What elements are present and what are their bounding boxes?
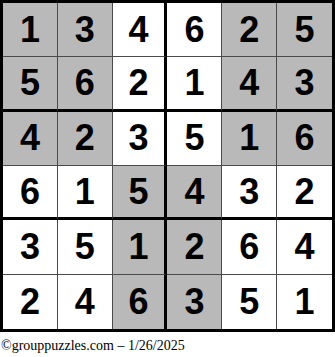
cell-r1c4: 6 xyxy=(167,3,222,57)
cell-r5c1: 3 xyxy=(3,220,58,274)
cell-r4c6: 2 xyxy=(277,166,332,220)
cell-r6c3: 6 xyxy=(113,275,168,329)
sudoku-page: 134625562143423516615432351264246351 ©gr… xyxy=(0,0,335,357)
cell-r2c1: 5 xyxy=(3,57,58,111)
cell-r1c1: 1 xyxy=(3,3,58,57)
cell-r3c5: 1 xyxy=(222,112,277,166)
cell-r2c2: 6 xyxy=(58,57,113,111)
cell-r6c4: 3 xyxy=(167,275,222,329)
copyright-credit: ©grouppuzzles.com – 1/26/2025 xyxy=(1,338,185,353)
cell-r5c5: 6 xyxy=(222,220,277,274)
cell-r6c6: 1 xyxy=(277,275,332,329)
cell-r1c3: 4 xyxy=(113,3,168,57)
cell-r3c3: 3 xyxy=(113,112,168,166)
cell-r6c2: 4 xyxy=(58,275,113,329)
cell-r5c3: 1 xyxy=(113,220,168,274)
cell-r4c2: 1 xyxy=(58,166,113,220)
cell-r2c6: 3 xyxy=(277,57,332,111)
cell-r2c5: 4 xyxy=(222,57,277,111)
cell-r3c6: 6 xyxy=(277,112,332,166)
cell-r4c1: 6 xyxy=(3,166,58,220)
cell-r5c4: 2 xyxy=(167,220,222,274)
cell-r1c6: 5 xyxy=(277,3,332,57)
cell-r5c2: 5 xyxy=(58,220,113,274)
cell-r2c4: 1 xyxy=(167,57,222,111)
cell-r6c5: 5 xyxy=(222,275,277,329)
cell-r4c4: 4 xyxy=(167,166,222,220)
cell-r4c3: 5 xyxy=(113,166,168,220)
cell-r6c1: 2 xyxy=(3,275,58,329)
cell-r3c2: 2 xyxy=(58,112,113,166)
cell-r1c5: 2 xyxy=(222,3,277,57)
cell-r5c6: 4 xyxy=(277,220,332,274)
cell-r3c1: 4 xyxy=(3,112,58,166)
cell-r2c3: 2 xyxy=(113,57,168,111)
sudoku-board: 134625562143423516615432351264246351 xyxy=(0,0,335,332)
cell-r1c2: 3 xyxy=(58,3,113,57)
cell-r4c5: 3 xyxy=(222,166,277,220)
cell-r3c4: 5 xyxy=(167,112,222,166)
